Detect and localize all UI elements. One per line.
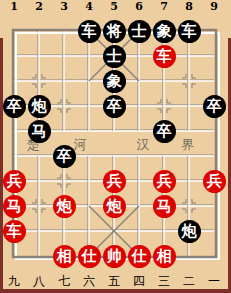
piece-black-soldier[interactable]: 卒: [103, 95, 126, 118]
window-border-right: [228, 38, 231, 293]
file-label-top-9: 9: [204, 0, 224, 13]
piece-black-elephant[interactable]: 象: [153, 20, 176, 43]
file-label-top-5: 5: [104, 0, 124, 13]
piece-black-soldier[interactable]: 卒: [53, 145, 76, 168]
piece-red-cannon[interactable]: 炮: [103, 195, 126, 218]
river-char-3: 界: [180, 137, 196, 152]
piece-red-horse[interactable]: 马: [153, 195, 176, 218]
piece-red-general[interactable]: 帅: [103, 245, 126, 268]
piece-black-soldier[interactable]: 卒: [203, 95, 226, 118]
piece-red-advisor[interactable]: 仕: [78, 245, 101, 268]
file-label-bottom-6: 四: [129, 274, 149, 288]
piece-black-cannon[interactable]: 炮: [28, 95, 51, 118]
file-label-bottom-7: 三: [154, 274, 174, 288]
piece-black-elephant[interactable]: 象: [103, 70, 126, 93]
piece-red-soldier[interactable]: 兵: [103, 170, 126, 193]
file-label-top-3: 3: [54, 0, 74, 13]
file-label-bottom-8: 二: [179, 274, 199, 288]
piece-black-cannon[interactable]: 炮: [178, 220, 201, 243]
piece-red-cannon[interactable]: 炮: [53, 195, 76, 218]
piece-red-chariot[interactable]: 车: [3, 220, 26, 243]
file-label-bottom-3: 七: [54, 274, 74, 288]
river-char-2: 汉: [135, 137, 151, 152]
file-label-bottom-9: 一: [204, 274, 224, 288]
piece-black-chariot[interactable]: 车: [78, 20, 101, 43]
piece-red-chariot[interactable]: 车: [153, 45, 176, 68]
piece-black-soldier[interactable]: 卒: [153, 120, 176, 143]
file-label-bottom-2: 八: [29, 274, 49, 288]
piece-black-chariot[interactable]: 车: [178, 20, 201, 43]
piece-red-soldier[interactable]: 兵: [3, 170, 26, 193]
piece-red-elephant[interactable]: 相: [53, 245, 76, 268]
file-label-top-1: 1: [4, 0, 24, 13]
piece-red-soldier[interactable]: 兵: [203, 170, 226, 193]
piece-red-soldier[interactable]: 兵: [153, 170, 176, 193]
file-label-top-8: 8: [179, 0, 199, 13]
file-label-top-2: 2: [29, 0, 49, 13]
xiangqi-app: 123456789 楚河汉界 车将士象车士车象卒炮卒卒马卒卒兵兵兵兵马炮炮马车炮…: [0, 0, 231, 293]
piece-red-horse[interactable]: 马: [3, 195, 26, 218]
piece-black-horse[interactable]: 马: [28, 120, 51, 143]
file-label-top-7: 7: [154, 0, 174, 13]
piece-black-general[interactable]: 将: [103, 20, 126, 43]
window-border-left: [0, 38, 3, 293]
file-label-bottom-5: 五: [104, 274, 124, 288]
window-border-bottom: [0, 289, 231, 293]
piece-red-elephant[interactable]: 相: [153, 245, 176, 268]
piece-black-advisor[interactable]: 士: [103, 45, 126, 68]
piece-black-advisor[interactable]: 士: [128, 20, 151, 43]
piece-red-advisor[interactable]: 仕: [128, 245, 151, 268]
file-label-bottom-4: 六: [79, 274, 99, 288]
piece-black-soldier[interactable]: 卒: [3, 95, 26, 118]
file-label-top-6: 6: [129, 0, 149, 13]
file-label-top-4: 4: [79, 0, 99, 13]
file-label-bottom-1: 九: [4, 274, 24, 288]
